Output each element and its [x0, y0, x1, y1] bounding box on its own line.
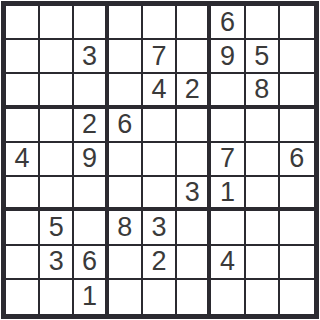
cell-r8c9[interactable]	[280, 246, 314, 280]
cell-r7c9[interactable]	[280, 211, 314, 245]
cell-r6c5[interactable]	[143, 177, 177, 211]
cell-r6c2[interactable]	[40, 177, 74, 211]
cell-r8c6[interactable]	[177, 246, 211, 280]
given-digit: 5	[254, 43, 269, 70]
given-digit: 3	[49, 248, 64, 275]
given-digit: 1	[220, 179, 235, 206]
given-digit: 6	[220, 9, 235, 36]
cell-r5c3[interactable]: 9	[74, 143, 108, 177]
cell-r1c5[interactable]	[143, 6, 177, 40]
cell-r3c9[interactable]	[280, 74, 314, 108]
given-digit: 2	[151, 248, 166, 275]
cell-r4c1[interactable]	[6, 109, 40, 143]
cell-r4c8[interactable]	[246, 109, 280, 143]
cell-r6c3[interactable]	[74, 177, 108, 211]
cell-r9c3[interactable]: 1	[74, 280, 108, 314]
cell-r5c4[interactable]	[109, 143, 143, 177]
cell-r9c2[interactable]	[40, 280, 74, 314]
cell-r2c7[interactable]: 9	[211, 40, 245, 74]
cell-r1c3[interactable]	[74, 6, 108, 40]
cell-r8c4[interactable]	[109, 246, 143, 280]
cell-r7c4[interactable]: 8	[109, 211, 143, 245]
cell-r2c3[interactable]: 3	[74, 40, 108, 74]
cell-r1c6[interactable]	[177, 6, 211, 40]
given-digit: 6	[289, 145, 304, 172]
cell-r2c8[interactable]: 5	[246, 40, 280, 74]
given-digit: 5	[49, 214, 64, 241]
cell-r3c7[interactable]	[211, 74, 245, 108]
cell-r5c2[interactable]	[40, 143, 74, 177]
cell-r8c8[interactable]	[246, 246, 280, 280]
cell-r5c7[interactable]: 7	[211, 143, 245, 177]
cell-r8c5[interactable]: 2	[143, 246, 177, 280]
cell-r4c9[interactable]	[280, 109, 314, 143]
cell-r6c4[interactable]	[109, 177, 143, 211]
cell-r8c2[interactable]: 3	[40, 246, 74, 280]
cell-r3c8[interactable]: 8	[246, 74, 280, 108]
given-digit: 4	[15, 145, 30, 172]
cell-r3c4[interactable]	[109, 74, 143, 108]
cell-r9c5[interactable]	[143, 280, 177, 314]
cell-r9c9[interactable]	[280, 280, 314, 314]
given-digit: 3	[151, 214, 166, 241]
cell-r4c6[interactable]	[177, 109, 211, 143]
given-digit: 4	[220, 248, 235, 275]
cell-r7c7[interactable]	[211, 211, 245, 245]
cell-r5c9[interactable]: 6	[280, 143, 314, 177]
cell-r1c9[interactable]	[280, 6, 314, 40]
cell-r4c5[interactable]	[143, 109, 177, 143]
given-digit: 9	[82, 145, 97, 172]
cell-r1c4[interactable]	[109, 6, 143, 40]
cell-r2c2[interactable]	[40, 40, 74, 74]
cell-r7c6[interactable]	[177, 211, 211, 245]
cell-r1c7[interactable]: 6	[211, 6, 245, 40]
cell-r5c5[interactable]	[143, 143, 177, 177]
cell-r5c6[interactable]	[177, 143, 211, 177]
cell-r2c5[interactable]: 7	[143, 40, 177, 74]
given-digit: 8	[117, 214, 132, 241]
cell-r7c2[interactable]: 5	[40, 211, 74, 245]
given-digit: 4	[151, 76, 166, 103]
cell-r2c9[interactable]	[280, 40, 314, 74]
cell-r6c1[interactable]	[6, 177, 40, 211]
given-digit: 7	[151, 43, 166, 70]
given-digit: 6	[117, 111, 132, 138]
cell-r8c1[interactable]	[6, 246, 40, 280]
given-digit: 3	[82, 43, 97, 70]
given-digit: 1	[82, 283, 97, 310]
given-digit: 9	[220, 43, 235, 70]
cell-r4c7[interactable]	[211, 109, 245, 143]
cell-r2c4[interactable]	[109, 40, 143, 74]
cell-r7c5[interactable]: 3	[143, 211, 177, 245]
cell-r1c1[interactable]	[6, 6, 40, 40]
cell-r6c6[interactable]: 3	[177, 177, 211, 211]
cell-r2c6[interactable]	[177, 40, 211, 74]
given-digit: 8	[254, 76, 269, 103]
given-digit: 7	[220, 145, 235, 172]
cell-r3c6[interactable]: 2	[177, 74, 211, 108]
cell-r5c1[interactable]: 4	[6, 143, 40, 177]
cell-r6c9[interactable]	[280, 177, 314, 211]
cell-r8c7[interactable]: 4	[211, 246, 245, 280]
given-digit: 2	[82, 111, 97, 138]
sudoku-board: 637954282649763158336241	[1, 1, 319, 319]
cell-r1c8[interactable]	[246, 6, 280, 40]
given-digit: 6	[82, 248, 97, 275]
cell-r5c8[interactable]	[246, 143, 280, 177]
cell-r2c1[interactable]	[6, 40, 40, 74]
given-digit: 2	[185, 76, 200, 103]
cell-r7c1[interactable]	[6, 211, 40, 245]
cell-r4c3[interactable]: 2	[74, 109, 108, 143]
cell-r9c1[interactable]	[6, 280, 40, 314]
cell-r3c2[interactable]	[40, 74, 74, 108]
cell-r9c8[interactable]	[246, 280, 280, 314]
cell-r7c3[interactable]	[74, 211, 108, 245]
cell-r9c7[interactable]	[211, 280, 245, 314]
cell-r9c6[interactable]	[177, 280, 211, 314]
cell-r6c7[interactable]: 1	[211, 177, 245, 211]
given-digit: 3	[185, 179, 200, 206]
cell-r9c4[interactable]	[109, 280, 143, 314]
cell-r6c8[interactable]	[246, 177, 280, 211]
cell-r3c1[interactable]	[6, 74, 40, 108]
cell-r8c3[interactable]: 6	[74, 246, 108, 280]
cell-r4c2[interactable]	[40, 109, 74, 143]
cell-r7c8[interactable]	[246, 211, 280, 245]
cell-r4c4[interactable]: 6	[109, 109, 143, 143]
cell-r1c2[interactable]	[40, 6, 74, 40]
cell-r3c3[interactable]	[74, 74, 108, 108]
cell-r3c5[interactable]: 4	[143, 74, 177, 108]
